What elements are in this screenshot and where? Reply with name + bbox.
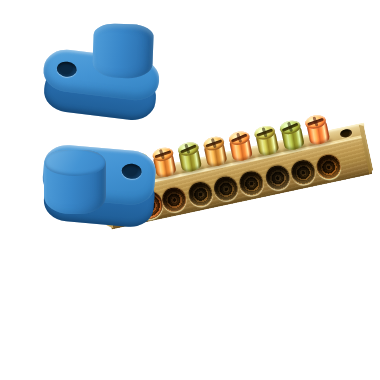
stand-pedestal-right — [44, 150, 106, 214]
product-photo-scene: Brass neutral busbar with 8 terminal scr… — [40, 16, 380, 380]
stand-pedestal-top — [45, 150, 105, 176]
insulator-stand-right — [40, 140, 156, 240]
stand-pedestal-left — [92, 23, 154, 79]
insulator-stand-left — [40, 16, 172, 126]
